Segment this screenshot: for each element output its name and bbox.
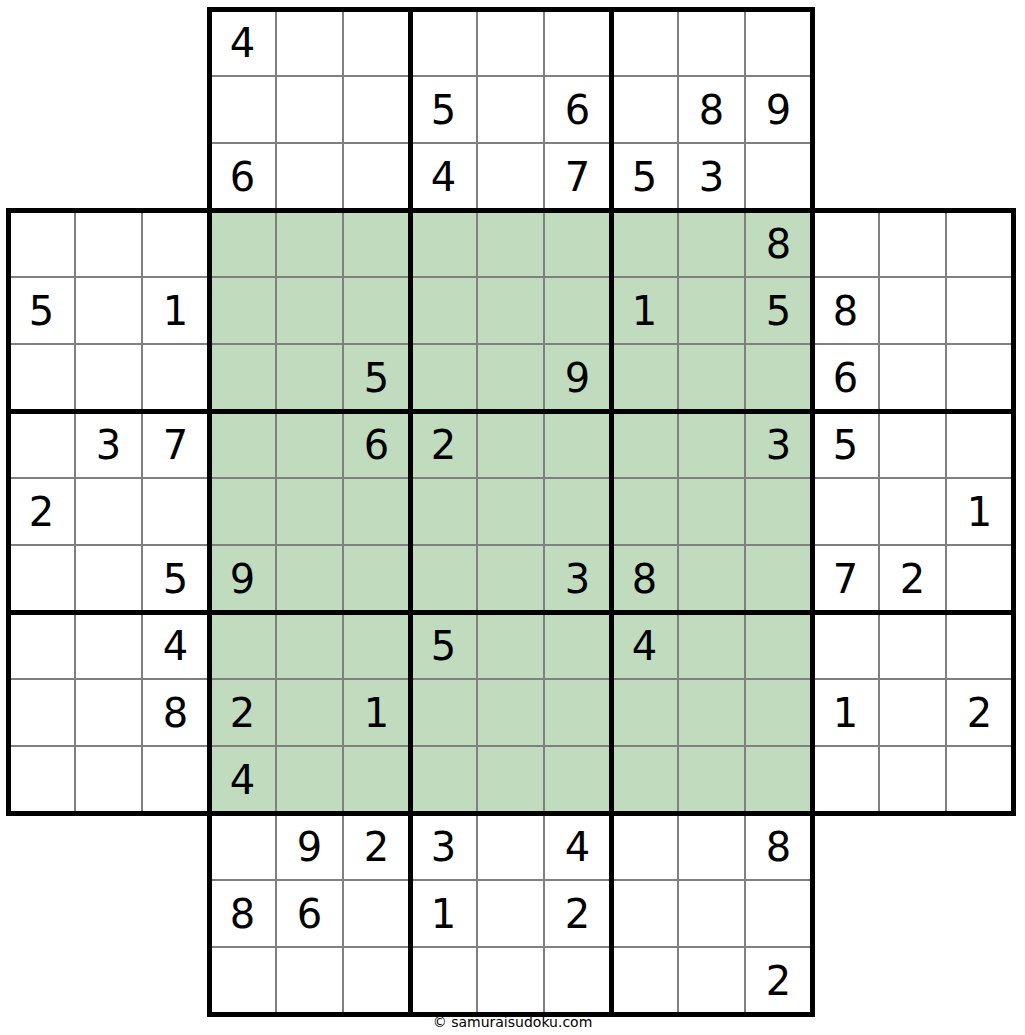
cell-r11c14[interactable] xyxy=(879,679,946,746)
void-r14c13 xyxy=(812,880,879,947)
cell-r4c5[interactable] xyxy=(276,210,343,277)
given-cell-r7c7[interactable]: 2 xyxy=(410,411,477,478)
cell-r4c13[interactable] xyxy=(812,210,879,277)
cell-r4c7[interactable] xyxy=(410,210,477,277)
cell-r10c2[interactable] xyxy=(75,612,142,679)
cell-r8c7[interactable] xyxy=(410,478,477,545)
given-cell-r13c9[interactable]: 4 xyxy=(544,813,611,880)
given-cell-r10c3[interactable]: 4 xyxy=(142,612,209,679)
void-r2c13 xyxy=(812,76,879,143)
given-cell-r10c10[interactable]: 4 xyxy=(611,612,678,679)
cell-r11c9[interactable] xyxy=(544,679,611,746)
cell-r6c3[interactable] xyxy=(142,344,209,411)
void-r14c1 xyxy=(8,880,75,947)
cell-r12c11[interactable] xyxy=(678,746,745,813)
void-r1c14 xyxy=(879,9,946,76)
void-r3c3 xyxy=(142,143,209,210)
void-r13c14 xyxy=(879,813,946,880)
cell-r5c2[interactable] xyxy=(75,277,142,344)
cell-r6c15[interactable] xyxy=(946,344,1013,411)
cell-r8c6[interactable] xyxy=(343,478,410,545)
given-cell-r12c4[interactable]: 4 xyxy=(209,746,276,813)
cell-r6c1[interactable] xyxy=(8,344,75,411)
void-r3c15 xyxy=(946,143,1013,210)
cell-r8c12[interactable] xyxy=(745,478,812,545)
cell-r8c14[interactable] xyxy=(879,478,946,545)
void-r2c14 xyxy=(879,76,946,143)
cell-r4c4[interactable] xyxy=(209,210,276,277)
cell-r1c6[interactable] xyxy=(343,9,410,76)
cell-r10c12[interactable] xyxy=(745,612,812,679)
cell-r12c8[interactable] xyxy=(477,746,544,813)
given-cell-r2c12[interactable]: 9 xyxy=(745,76,812,143)
void-r15c1 xyxy=(8,947,75,1014)
cell-r5c8[interactable] xyxy=(477,277,544,344)
cell-r11c10[interactable] xyxy=(611,679,678,746)
cell-r10c15[interactable] xyxy=(946,612,1013,679)
cell-r11c1[interactable] xyxy=(8,679,75,746)
cell-r5c9[interactable] xyxy=(544,277,611,344)
cell-r8c4[interactable] xyxy=(209,478,276,545)
void-r13c2 xyxy=(75,813,142,880)
cell-r7c9[interactable] xyxy=(544,411,611,478)
cell-r14c8[interactable] xyxy=(477,880,544,947)
cell-r3c6[interactable] xyxy=(343,143,410,210)
cell-r10c11[interactable] xyxy=(678,612,745,679)
given-cell-r11c3[interactable]: 8 xyxy=(142,679,209,746)
cell-r15c5[interactable] xyxy=(276,947,343,1014)
cell-r11c5[interactable] xyxy=(276,679,343,746)
cell-r9c2[interactable] xyxy=(75,545,142,612)
cell-r4c11[interactable] xyxy=(678,210,745,277)
given-cell-r14c5[interactable]: 6 xyxy=(276,880,343,947)
given-cell-r11c6[interactable]: 1 xyxy=(343,679,410,746)
cell-r12c14[interactable] xyxy=(879,746,946,813)
cell-r1c7[interactable] xyxy=(410,9,477,76)
cell-r5c6[interactable] xyxy=(343,277,410,344)
given-cell-r9c14[interactable]: 2 xyxy=(879,545,946,612)
void-r15c13 xyxy=(812,947,879,1014)
cell-r4c9[interactable] xyxy=(544,210,611,277)
void-r1c2 xyxy=(75,9,142,76)
cell-r14c10[interactable] xyxy=(611,880,678,947)
void-r15c2 xyxy=(75,947,142,1014)
cell-r13c10[interactable] xyxy=(611,813,678,880)
given-cell-r2c9[interactable]: 6 xyxy=(544,76,611,143)
cell-r14c12[interactable] xyxy=(745,880,812,947)
given-cell-r1c4[interactable]: 4 xyxy=(209,9,276,76)
given-cell-r6c6[interactable]: 5 xyxy=(343,344,410,411)
cell-r9c12[interactable] xyxy=(745,545,812,612)
void-r2c2 xyxy=(75,76,142,143)
cell-r8c3[interactable] xyxy=(142,478,209,545)
cell-r15c6[interactable] xyxy=(343,947,410,1014)
cell-r11c2[interactable] xyxy=(75,679,142,746)
void-r13c15 xyxy=(946,813,1013,880)
cell-r14c11[interactable] xyxy=(678,880,745,947)
void-r2c15 xyxy=(946,76,1013,143)
cell-r10c8[interactable] xyxy=(477,612,544,679)
given-cell-r3c10[interactable]: 5 xyxy=(611,143,678,210)
given-cell-r4c12[interactable]: 8 xyxy=(745,210,812,277)
cell-r6c5[interactable] xyxy=(276,344,343,411)
cell-r15c4[interactable] xyxy=(209,947,276,1014)
cell-r2c10[interactable] xyxy=(611,76,678,143)
cell-r12c9[interactable] xyxy=(544,746,611,813)
given-cell-r5c1[interactable]: 5 xyxy=(8,277,75,344)
given-cell-r5c10[interactable]: 1 xyxy=(611,277,678,344)
cell-r7c15[interactable] xyxy=(946,411,1013,478)
cell-r4c8[interactable] xyxy=(477,210,544,277)
cell-r12c7[interactable] xyxy=(410,746,477,813)
cell-r8c11[interactable] xyxy=(678,478,745,545)
cell-r9c8[interactable] xyxy=(477,545,544,612)
given-cell-r8c1[interactable]: 2 xyxy=(8,478,75,545)
cell-r10c14[interactable] xyxy=(879,612,946,679)
given-cell-r7c12[interactable]: 3 xyxy=(745,411,812,478)
cell-r4c10[interactable] xyxy=(611,210,678,277)
cell-r2c5[interactable] xyxy=(276,76,343,143)
cell-r1c10[interactable] xyxy=(611,9,678,76)
cell-r8c5[interactable] xyxy=(276,478,343,545)
cell-r11c12[interactable] xyxy=(745,679,812,746)
cell-r3c5[interactable] xyxy=(276,143,343,210)
given-cell-r5c12[interactable]: 5 xyxy=(745,277,812,344)
cell-r5c15[interactable] xyxy=(946,277,1013,344)
cell-r9c5[interactable] xyxy=(276,545,343,612)
cell-r2c8[interactable] xyxy=(477,76,544,143)
void-r3c2 xyxy=(75,143,142,210)
cell-r7c14[interactable] xyxy=(879,411,946,478)
cell-r4c2[interactable] xyxy=(75,210,142,277)
void-r1c15 xyxy=(946,9,1013,76)
cell-r4c14[interactable] xyxy=(879,210,946,277)
cell-r9c15[interactable] xyxy=(946,545,1013,612)
cell-r12c15[interactable] xyxy=(946,746,1013,813)
cell-r6c14[interactable] xyxy=(879,344,946,411)
given-cell-r3c9[interactable]: 7 xyxy=(544,143,611,210)
cell-r12c3[interactable] xyxy=(142,746,209,813)
void-r15c14 xyxy=(879,947,946,1014)
cell-r15c10[interactable] xyxy=(611,947,678,1014)
cell-r2c4[interactable] xyxy=(209,76,276,143)
cell-r8c13[interactable] xyxy=(812,478,879,545)
given-cell-r5c13[interactable]: 8 xyxy=(812,277,879,344)
cell-r9c7[interactable] xyxy=(410,545,477,612)
given-cell-r11c15[interactable]: 2 xyxy=(946,679,1013,746)
cell-r8c8[interactable] xyxy=(477,478,544,545)
cell-r6c10[interactable] xyxy=(611,344,678,411)
cell-r2c6[interactable] xyxy=(343,76,410,143)
cell-r4c15[interactable] xyxy=(946,210,1013,277)
cell-r1c8[interactable] xyxy=(477,9,544,76)
site-credit: © samuraisudoku.com xyxy=(0,1014,1025,1030)
void-r2c3 xyxy=(142,76,209,143)
cell-r10c1[interactable] xyxy=(8,612,75,679)
cell-r9c6[interactable] xyxy=(343,545,410,612)
cell-r5c4[interactable] xyxy=(209,277,276,344)
void-r3c14 xyxy=(879,143,946,210)
cell-r13c8[interactable] xyxy=(477,813,544,880)
given-cell-r9c9[interactable]: 3 xyxy=(544,545,611,612)
cell-r7c8[interactable] xyxy=(477,411,544,478)
given-cell-r14c4[interactable]: 8 xyxy=(209,880,276,947)
cell-r10c13[interactable] xyxy=(812,612,879,679)
cell-r8c9[interactable] xyxy=(544,478,611,545)
void-r1c1 xyxy=(8,9,75,76)
cell-r13c4[interactable] xyxy=(209,813,276,880)
void-r14c3 xyxy=(142,880,209,947)
given-cell-r2c11[interactable]: 8 xyxy=(678,76,745,143)
cell-r9c11[interactable] xyxy=(678,545,745,612)
void-r13c13 xyxy=(812,813,879,880)
cell-r12c12[interactable] xyxy=(745,746,812,813)
given-cell-r11c13[interactable]: 1 xyxy=(812,679,879,746)
cell-r15c7[interactable] xyxy=(410,947,477,1014)
cell-r6c12[interactable] xyxy=(745,344,812,411)
given-cell-r8c15[interactable]: 1 xyxy=(946,478,1013,545)
cell-r15c8[interactable] xyxy=(477,947,544,1014)
cell-r1c5[interactable] xyxy=(276,9,343,76)
void-r14c14 xyxy=(879,880,946,947)
cell-r6c8[interactable] xyxy=(477,344,544,411)
given-cell-r7c13[interactable]: 5 xyxy=(812,411,879,478)
cell-r10c4[interactable] xyxy=(209,612,276,679)
void-r14c15 xyxy=(946,880,1013,947)
cell-r12c2[interactable] xyxy=(75,746,142,813)
given-cell-r9c3[interactable]: 5 xyxy=(142,545,209,612)
given-cell-r6c9[interactable]: 9 xyxy=(544,344,611,411)
given-cell-r3c7[interactable]: 4 xyxy=(410,143,477,210)
sudoku-board: 4568964753851158596376235215938724548211… xyxy=(8,9,1013,1014)
cell-r3c12[interactable] xyxy=(745,143,812,210)
cell-r15c11[interactable] xyxy=(678,947,745,1014)
cell-r12c13[interactable] xyxy=(812,746,879,813)
cell-r1c9[interactable] xyxy=(544,9,611,76)
cell-r13c11[interactable] xyxy=(678,813,745,880)
void-r3c13 xyxy=(812,143,879,210)
given-cell-r6c13[interactable]: 6 xyxy=(812,344,879,411)
void-r1c3 xyxy=(142,9,209,76)
cell-r5c5[interactable] xyxy=(276,277,343,344)
cell-r5c11[interactable] xyxy=(678,277,745,344)
void-r14c2 xyxy=(75,880,142,947)
cell-r8c2[interactable] xyxy=(75,478,142,545)
cell-r3c8[interactable] xyxy=(477,143,544,210)
cell-r1c11[interactable] xyxy=(678,9,745,76)
cell-r10c9[interactable] xyxy=(544,612,611,679)
given-cell-r10c7[interactable]: 5 xyxy=(410,612,477,679)
cell-r6c11[interactable] xyxy=(678,344,745,411)
cell-r4c3[interactable] xyxy=(142,210,209,277)
cell-r5c14[interactable] xyxy=(879,277,946,344)
given-cell-r13c12[interactable]: 8 xyxy=(745,813,812,880)
cell-r12c1[interactable] xyxy=(8,746,75,813)
cell-r7c10[interactable] xyxy=(611,411,678,478)
cell-r7c11[interactable] xyxy=(678,411,745,478)
given-cell-r14c7[interactable]: 1 xyxy=(410,880,477,947)
cell-r11c7[interactable] xyxy=(410,679,477,746)
given-cell-r9c4[interactable]: 9 xyxy=(209,545,276,612)
cell-r9c1[interactable] xyxy=(8,545,75,612)
void-r15c3 xyxy=(142,947,209,1014)
void-r3c1 xyxy=(8,143,75,210)
given-cell-r5c3[interactable]: 1 xyxy=(142,277,209,344)
cell-r7c5[interactable] xyxy=(276,411,343,478)
void-r13c1 xyxy=(8,813,75,880)
cell-r8c10[interactable] xyxy=(611,478,678,545)
cell-r10c5[interactable] xyxy=(276,612,343,679)
cell-r7c1[interactable] xyxy=(8,411,75,478)
given-cell-r2c7[interactable]: 5 xyxy=(410,76,477,143)
cell-r12c5[interactable] xyxy=(276,746,343,813)
given-cell-r7c2[interactable]: 3 xyxy=(75,411,142,478)
given-cell-r9c13[interactable]: 7 xyxy=(812,545,879,612)
given-cell-r13c7[interactable]: 3 xyxy=(410,813,477,880)
cell-r4c6[interactable] xyxy=(343,210,410,277)
cell-r15c9[interactable] xyxy=(544,947,611,1014)
given-cell-r11c4[interactable]: 2 xyxy=(209,679,276,746)
given-cell-r9c10[interactable]: 8 xyxy=(611,545,678,612)
cell-r6c2[interactable] xyxy=(75,344,142,411)
cell-r4c1[interactable] xyxy=(8,210,75,277)
given-cell-r3c11[interactable]: 3 xyxy=(678,143,745,210)
given-cell-r14c9[interactable]: 2 xyxy=(544,880,611,947)
given-cell-r13c6[interactable]: 2 xyxy=(343,813,410,880)
cell-r5c7[interactable] xyxy=(410,277,477,344)
given-cell-r7c6[interactable]: 6 xyxy=(343,411,410,478)
given-cell-r15c12[interactable]: 2 xyxy=(745,947,812,1014)
cell-r14c6[interactable] xyxy=(343,880,410,947)
void-r2c1 xyxy=(8,76,75,143)
void-r1c13 xyxy=(812,9,879,76)
cell-r11c11[interactable] xyxy=(678,679,745,746)
cell-r11c8[interactable] xyxy=(477,679,544,746)
void-r15c15 xyxy=(946,947,1013,1014)
cell-r10c6[interactable] xyxy=(343,612,410,679)
cell-r12c10[interactable] xyxy=(611,746,678,813)
cell-r6c4[interactable] xyxy=(209,344,276,411)
cell-r12c6[interactable] xyxy=(343,746,410,813)
given-cell-r7c3[interactable]: 7 xyxy=(142,411,209,478)
given-cell-r13c5[interactable]: 9 xyxy=(276,813,343,880)
void-r13c3 xyxy=(142,813,209,880)
cell-r7c4[interactable] xyxy=(209,411,276,478)
cell-r1c12[interactable] xyxy=(745,9,812,76)
cell-r6c7[interactable] xyxy=(410,344,477,411)
given-cell-r3c4[interactable]: 6 xyxy=(209,143,276,210)
